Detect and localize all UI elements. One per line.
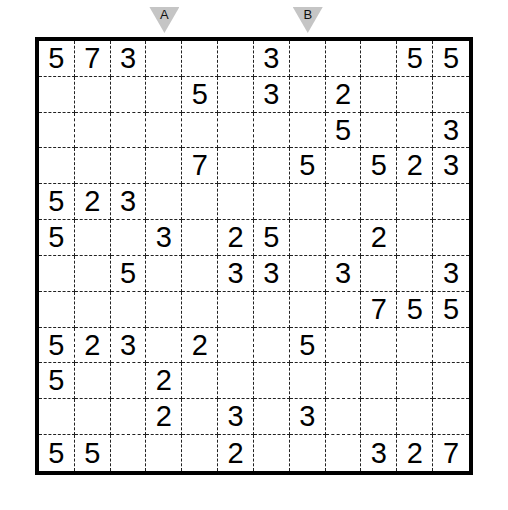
cell-r8c2[interactable] xyxy=(75,292,111,328)
cell-r3c9: 5 xyxy=(326,113,362,149)
cell-r7c10[interactable] xyxy=(361,256,397,292)
cell-r1c10[interactable] xyxy=(361,41,397,77)
cell-r10c11[interactable] xyxy=(397,363,433,399)
cell-r6c3[interactable] xyxy=(111,220,147,256)
cell-r4c11: 2 xyxy=(397,148,433,184)
cell-r3c2[interactable] xyxy=(75,113,111,149)
cell-r3c1[interactable] xyxy=(39,113,75,149)
cell-r9c11[interactable] xyxy=(397,328,433,364)
cell-r5c3: 3 xyxy=(111,184,147,220)
cell-r9c1: 5 xyxy=(39,328,75,364)
cell-r6c12[interactable] xyxy=(433,220,469,256)
cell-r10c10[interactable] xyxy=(361,363,397,399)
cell-r9c4[interactable] xyxy=(146,328,182,364)
cell-r5c10[interactable] xyxy=(361,184,397,220)
cell-r2c6[interactable] xyxy=(218,77,254,113)
cell-r11c3[interactable] xyxy=(111,399,147,435)
cell-r4c4[interactable] xyxy=(146,148,182,184)
cell-r2c12[interactable] xyxy=(433,77,469,113)
cell-r10c7[interactable] xyxy=(254,363,290,399)
arrow-label-a: A xyxy=(149,8,179,22)
cell-r5c4[interactable] xyxy=(146,184,182,220)
cell-r3c7[interactable] xyxy=(254,113,290,149)
cell-r1c5[interactable] xyxy=(182,41,218,77)
cell-r3c4[interactable] xyxy=(146,113,182,149)
cell-r3c10[interactable] xyxy=(361,113,397,149)
arrow-label-b: B xyxy=(293,8,323,22)
cell-r6c2[interactable] xyxy=(75,220,111,256)
cell-r1c7: 3 xyxy=(254,41,290,77)
cell-r10c4: 2 xyxy=(146,363,182,399)
cell-r1c8[interactable] xyxy=(290,41,326,77)
cell-r12c10: 3 xyxy=(361,435,397,471)
cell-r1c12: 5 xyxy=(433,41,469,77)
cell-r2c9: 2 xyxy=(326,77,362,113)
cell-r12c8[interactable] xyxy=(290,435,326,471)
cell-r1c11: 5 xyxy=(397,41,433,77)
cell-r7c6: 3 xyxy=(218,256,254,292)
cell-r11c8: 3 xyxy=(290,399,326,435)
cell-r8c3[interactable] xyxy=(111,292,147,328)
cell-r5c5[interactable] xyxy=(182,184,218,220)
cell-r2c3[interactable] xyxy=(111,77,147,113)
answer-arrow-b: B xyxy=(293,7,323,33)
cell-r7c5[interactable] xyxy=(182,256,218,292)
cell-r10c9[interactable] xyxy=(326,363,362,399)
cell-r6c8[interactable] xyxy=(290,220,326,256)
cell-r8c7[interactable] xyxy=(254,292,290,328)
cell-r2c1[interactable] xyxy=(39,77,75,113)
cell-r2c8[interactable] xyxy=(290,77,326,113)
cell-r6c10: 2 xyxy=(361,220,397,256)
cell-r4c7[interactable] xyxy=(254,148,290,184)
cell-r8c4[interactable] xyxy=(146,292,182,328)
cell-r4c2[interactable] xyxy=(75,148,111,184)
cell-r4c9[interactable] xyxy=(326,148,362,184)
cell-r4c8: 5 xyxy=(290,148,326,184)
cell-r9c10[interactable] xyxy=(361,328,397,364)
cell-r9c6[interactable] xyxy=(218,328,254,364)
cell-r4c12: 3 xyxy=(433,148,469,184)
cell-r8c6[interactable] xyxy=(218,292,254,328)
cell-r5c6[interactable] xyxy=(218,184,254,220)
cell-r3c8[interactable] xyxy=(290,113,326,149)
cell-r8c12: 5 xyxy=(433,292,469,328)
cell-r8c10: 7 xyxy=(361,292,397,328)
cell-r11c7[interactable] xyxy=(254,399,290,435)
cell-r4c1[interactable] xyxy=(39,148,75,184)
cell-r12c9[interactable] xyxy=(326,435,362,471)
cell-r5c11[interactable] xyxy=(397,184,433,220)
cell-r10c5[interactable] xyxy=(182,363,218,399)
cell-r11c10[interactable] xyxy=(361,399,397,435)
cell-r4c10: 5 xyxy=(361,148,397,184)
cell-r5c1: 5 xyxy=(39,184,75,220)
puzzle-grid: 5733555325375523523532525333375552325522… xyxy=(35,37,473,475)
cell-r12c2: 5 xyxy=(75,435,111,471)
cell-r10c1: 5 xyxy=(39,363,75,399)
cell-r10c8[interactable] xyxy=(290,363,326,399)
cell-r11c4: 2 xyxy=(146,399,182,435)
cell-r7c7: 3 xyxy=(254,256,290,292)
cell-r9c2: 2 xyxy=(75,328,111,364)
cell-r11c11[interactable] xyxy=(397,399,433,435)
cell-r1c2: 7 xyxy=(75,41,111,77)
answer-arrow-a: A xyxy=(149,7,179,33)
cell-r11c9[interactable] xyxy=(326,399,362,435)
cell-r3c5[interactable] xyxy=(182,113,218,149)
cell-r2c10[interactable] xyxy=(361,77,397,113)
cell-r6c9[interactable] xyxy=(326,220,362,256)
cell-r8c1[interactable] xyxy=(39,292,75,328)
cell-r8c5[interactable] xyxy=(182,292,218,328)
cell-r5c9[interactable] xyxy=(326,184,362,220)
cell-r3c12: 3 xyxy=(433,113,469,149)
cell-r9c8: 5 xyxy=(290,328,326,364)
cell-r11c6: 3 xyxy=(218,399,254,435)
cell-r9c9[interactable] xyxy=(326,328,362,364)
cell-r6c5[interactable] xyxy=(182,220,218,256)
cell-r10c3[interactable] xyxy=(111,363,147,399)
cell-r11c1[interactable] xyxy=(39,399,75,435)
cell-r8c8[interactable] xyxy=(290,292,326,328)
cell-r8c11: 5 xyxy=(397,292,433,328)
cell-r5c2: 2 xyxy=(75,184,111,220)
cell-r5c8[interactable] xyxy=(290,184,326,220)
cell-r7c12: 3 xyxy=(433,256,469,292)
cell-r1c1: 5 xyxy=(39,41,75,77)
cell-r1c6[interactable] xyxy=(218,41,254,77)
cell-r2c11[interactable] xyxy=(397,77,433,113)
cell-r6c4: 3 xyxy=(146,220,182,256)
cell-r10c2[interactable] xyxy=(75,363,111,399)
cell-r8c9[interactable] xyxy=(326,292,362,328)
cell-r10c12[interactable] xyxy=(433,363,469,399)
cell-r11c5[interactable] xyxy=(182,399,218,435)
cell-r1c4[interactable] xyxy=(146,41,182,77)
cell-r4c5: 7 xyxy=(182,148,218,184)
cell-r5c7[interactable] xyxy=(254,184,290,220)
cell-r4c3[interactable] xyxy=(111,148,147,184)
cell-r3c3[interactable] xyxy=(111,113,147,149)
cell-r7c11[interactable] xyxy=(397,256,433,292)
cell-r12c11: 2 xyxy=(397,435,433,471)
cell-r1c9[interactable] xyxy=(326,41,362,77)
cell-r5c12[interactable] xyxy=(433,184,469,220)
cell-r12c3[interactable] xyxy=(111,435,147,471)
cell-r3c6[interactable] xyxy=(218,113,254,149)
cell-r7c2[interactable] xyxy=(75,256,111,292)
cell-r3c11[interactable] xyxy=(397,113,433,149)
cell-r9c12[interactable] xyxy=(433,328,469,364)
cell-r6c11[interactable] xyxy=(397,220,433,256)
cell-r1c3: 3 xyxy=(111,41,147,77)
cell-r9c5: 2 xyxy=(182,328,218,364)
cell-r2c7: 3 xyxy=(254,77,290,113)
cell-r9c3: 3 xyxy=(111,328,147,364)
cell-r12c4[interactable] xyxy=(146,435,182,471)
cell-r9c7[interactable] xyxy=(254,328,290,364)
cell-r7c1[interactable] xyxy=(39,256,75,292)
cell-r12c12: 7 xyxy=(433,435,469,471)
cell-r7c4[interactable] xyxy=(146,256,182,292)
cell-r4c6[interactable] xyxy=(218,148,254,184)
cell-r7c8[interactable] xyxy=(290,256,326,292)
cell-r6c1: 5 xyxy=(39,220,75,256)
cell-r12c7[interactable] xyxy=(254,435,290,471)
cell-r12c5[interactable] xyxy=(182,435,218,471)
cell-r12c1: 5 xyxy=(39,435,75,471)
cell-r2c4[interactable] xyxy=(146,77,182,113)
page: A B 573355532537552352353252533337555232… xyxy=(0,0,508,510)
cell-r6c7: 5 xyxy=(254,220,290,256)
cell-r11c12[interactable] xyxy=(433,399,469,435)
cell-r2c2[interactable] xyxy=(75,77,111,113)
cell-r10c6[interactable] xyxy=(218,363,254,399)
cell-r7c3: 5 xyxy=(111,256,147,292)
cell-r7c9: 3 xyxy=(326,256,362,292)
cell-r11c2[interactable] xyxy=(75,399,111,435)
cell-r12c6: 2 xyxy=(218,435,254,471)
cell-r2c5: 5 xyxy=(182,77,218,113)
cell-r6c6: 2 xyxy=(218,220,254,256)
